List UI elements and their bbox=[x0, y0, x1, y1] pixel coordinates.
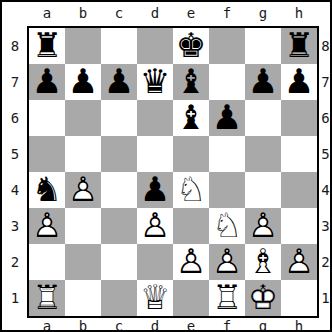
white-king: ♚♔ bbox=[245, 280, 281, 316]
white-pawn: ♟♙ bbox=[281, 244, 317, 280]
square-e7[interactable]: ♝ bbox=[173, 64, 209, 100]
rank-label-2: 2 bbox=[4, 244, 26, 280]
file-label-c: c bbox=[101, 5, 137, 25]
square-f8[interactable] bbox=[209, 28, 245, 64]
black-pawn: ♟ bbox=[137, 172, 173, 208]
square-b2[interactable] bbox=[65, 244, 101, 280]
rank-label-1: 1 bbox=[4, 280, 26, 316]
file-label-h: h bbox=[281, 5, 317, 25]
white-pawn: ♟♙ bbox=[209, 244, 245, 280]
black-pawn: ♟ bbox=[101, 64, 137, 100]
file-label-h: h bbox=[281, 318, 317, 332]
square-e4[interactable]: ♞♘ bbox=[173, 172, 209, 208]
black-pawn: ♟ bbox=[29, 64, 65, 100]
square-c1[interactable] bbox=[101, 280, 137, 316]
white-queen: ♛♕ bbox=[137, 280, 173, 316]
rank-label-1: 1 bbox=[319, 280, 332, 316]
square-b7[interactable]: ♟ bbox=[65, 64, 101, 100]
black-pawn: ♟ bbox=[65, 64, 101, 100]
square-f6[interactable]: ♟ bbox=[209, 100, 245, 136]
white-pawn: ♟♙ bbox=[173, 244, 209, 280]
square-f5[interactable] bbox=[209, 136, 245, 172]
file-label-a: a bbox=[29, 318, 65, 332]
rank-labels-left: 87654321 bbox=[4, 28, 26, 316]
square-c5[interactable] bbox=[101, 136, 137, 172]
square-e2[interactable]: ♟♙ bbox=[173, 244, 209, 280]
square-a6[interactable] bbox=[29, 100, 65, 136]
board: ♜♚♜♟♟♟♛♝♟♟♝♟♞♟♙♟♞♘♟♙♟♙♞♘♟♙♟♙♟♙♝♗♟♙♜♖♛♕♜♖… bbox=[27, 26, 319, 318]
black-king: ♚ bbox=[173, 28, 209, 64]
square-c4[interactable] bbox=[101, 172, 137, 208]
file-label-f: f bbox=[209, 5, 245, 25]
white-pawn: ♟♙ bbox=[29, 208, 65, 244]
square-g3[interactable]: ♟♙ bbox=[245, 208, 281, 244]
rank-label-4: 4 bbox=[4, 172, 26, 208]
white-pawn: ♟♙ bbox=[137, 208, 173, 244]
square-e6[interactable]: ♝ bbox=[173, 100, 209, 136]
white-rook: ♜♖ bbox=[29, 280, 65, 316]
square-h7[interactable]: ♟ bbox=[281, 64, 317, 100]
rank-label-6: 6 bbox=[319, 100, 332, 136]
square-c7[interactable]: ♟ bbox=[101, 64, 137, 100]
white-rook: ♜♖ bbox=[209, 280, 245, 316]
square-d7[interactable]: ♛ bbox=[137, 64, 173, 100]
square-e1[interactable] bbox=[173, 280, 209, 316]
white-pawn: ♟♙ bbox=[65, 172, 101, 208]
file-label-a: a bbox=[29, 5, 65, 25]
square-f3[interactable]: ♞♘ bbox=[209, 208, 245, 244]
square-g4[interactable] bbox=[245, 172, 281, 208]
rank-label-8: 8 bbox=[319, 28, 332, 64]
black-bishop: ♝ bbox=[173, 100, 209, 136]
square-b4[interactable]: ♟♙ bbox=[65, 172, 101, 208]
square-d8[interactable] bbox=[137, 28, 173, 64]
square-h6[interactable] bbox=[281, 100, 317, 136]
rank-labels-right: 87654321 bbox=[319, 28, 332, 316]
square-g7[interactable]: ♟ bbox=[245, 64, 281, 100]
square-b1[interactable] bbox=[65, 280, 101, 316]
square-a7[interactable]: ♟ bbox=[29, 64, 65, 100]
square-d4[interactable]: ♟ bbox=[137, 172, 173, 208]
square-g5[interactable] bbox=[245, 136, 281, 172]
black-pawn: ♟ bbox=[209, 100, 245, 136]
white-pawn: ♟♙ bbox=[245, 208, 281, 244]
black-pawn: ♟ bbox=[281, 64, 317, 100]
black-rook: ♜ bbox=[29, 28, 65, 64]
black-pawn: ♟ bbox=[245, 64, 281, 100]
square-f4[interactable] bbox=[209, 172, 245, 208]
rank-label-5: 5 bbox=[319, 136, 332, 172]
square-h4[interactable] bbox=[281, 172, 317, 208]
black-rook: ♜ bbox=[281, 28, 317, 64]
file-label-g: g bbox=[245, 318, 281, 332]
square-f7[interactable] bbox=[209, 64, 245, 100]
file-labels-bottom: abcdefgh bbox=[29, 318, 317, 332]
square-b8[interactable] bbox=[65, 28, 101, 64]
square-b3[interactable] bbox=[65, 208, 101, 244]
black-queen: ♛ bbox=[137, 64, 173, 100]
square-d2[interactable] bbox=[137, 244, 173, 280]
square-d5[interactable] bbox=[137, 136, 173, 172]
square-c2[interactable] bbox=[101, 244, 137, 280]
white-knight: ♞♘ bbox=[173, 172, 209, 208]
square-e5[interactable] bbox=[173, 136, 209, 172]
file-label-d: d bbox=[137, 5, 173, 25]
square-f1[interactable]: ♜♖ bbox=[209, 280, 245, 316]
rank-label-6: 6 bbox=[4, 100, 26, 136]
file-label-b: b bbox=[65, 5, 101, 25]
file-label-e: e bbox=[173, 5, 209, 25]
file-label-d: d bbox=[137, 318, 173, 332]
square-d3[interactable]: ♟♙ bbox=[137, 208, 173, 244]
square-h1[interactable] bbox=[281, 280, 317, 316]
square-g2[interactable]: ♝♗ bbox=[245, 244, 281, 280]
file-label-f: f bbox=[209, 318, 245, 332]
file-label-g: g bbox=[245, 5, 281, 25]
square-a8[interactable]: ♜ bbox=[29, 28, 65, 64]
square-d1[interactable]: ♛♕ bbox=[137, 280, 173, 316]
square-g8[interactable] bbox=[245, 28, 281, 64]
rank-label-5: 5 bbox=[4, 136, 26, 172]
square-c6[interactable] bbox=[101, 100, 137, 136]
file-label-c: c bbox=[101, 318, 137, 332]
white-bishop: ♝♗ bbox=[245, 244, 281, 280]
rank-label-8: 8 bbox=[4, 28, 26, 64]
square-g6[interactable] bbox=[245, 100, 281, 136]
square-h5[interactable] bbox=[281, 136, 317, 172]
square-h8[interactable]: ♜ bbox=[281, 28, 317, 64]
rank-label-7: 7 bbox=[319, 64, 332, 100]
black-knight: ♞ bbox=[29, 172, 65, 208]
square-g1[interactable]: ♚♔ bbox=[245, 280, 281, 316]
rank-label-3: 3 bbox=[4, 208, 26, 244]
square-e3[interactable] bbox=[173, 208, 209, 244]
rank-label-2: 2 bbox=[319, 244, 332, 280]
square-a3[interactable]: ♟♙ bbox=[29, 208, 65, 244]
square-d6[interactable] bbox=[137, 100, 173, 136]
square-a5[interactable] bbox=[29, 136, 65, 172]
square-a1[interactable]: ♜♖ bbox=[29, 280, 65, 316]
square-h3[interactable] bbox=[281, 208, 317, 244]
square-a2[interactable] bbox=[29, 244, 65, 280]
square-e8[interactable]: ♚ bbox=[173, 28, 209, 64]
square-c3[interactable] bbox=[101, 208, 137, 244]
rank-label-7: 7 bbox=[4, 64, 26, 100]
square-c8[interactable] bbox=[101, 28, 137, 64]
square-h2[interactable]: ♟♙ bbox=[281, 244, 317, 280]
chess-diagram: abcdefgh 87654321 ♜♚♜♟♟♟♛♝♟♟♝♟♞♟♙♟♞♘♟♙♟♙… bbox=[0, 0, 332, 332]
square-b5[interactable] bbox=[65, 136, 101, 172]
rank-label-4: 4 bbox=[319, 172, 332, 208]
square-a4[interactable]: ♞ bbox=[29, 172, 65, 208]
black-bishop: ♝ bbox=[173, 64, 209, 100]
file-label-b: b bbox=[65, 318, 101, 332]
file-labels-top: abcdefgh bbox=[29, 5, 317, 25]
file-label-e: e bbox=[173, 318, 209, 332]
rank-label-3: 3 bbox=[319, 208, 332, 244]
square-b6[interactable] bbox=[65, 100, 101, 136]
white-knight: ♞♘ bbox=[209, 208, 245, 244]
square-f2[interactable]: ♟♙ bbox=[209, 244, 245, 280]
